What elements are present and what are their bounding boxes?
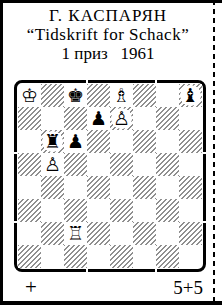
border-tick (86, 269, 88, 272)
square-d1[interactable] (87, 245, 110, 268)
square-d3[interactable] (87, 199, 110, 222)
square-f5[interactable] (133, 153, 156, 176)
border-tick (203, 152, 206, 154)
square-b2[interactable] (41, 222, 64, 245)
square-f3[interactable] (133, 199, 156, 222)
square-f2[interactable] (133, 222, 156, 245)
square-c2[interactable]: ♖ (64, 222, 87, 245)
square-c1[interactable] (64, 245, 87, 268)
board-grid: ♔♚♗♝♟♙♜♟♙♖ (18, 84, 202, 268)
square-d6[interactable] (87, 130, 110, 153)
square-b3[interactable] (41, 199, 64, 222)
square-c6[interactable]: ♟ (64, 130, 87, 153)
card-border-top (0, 0, 222, 3)
dashed-cut-line (213, 0, 215, 305)
square-e3[interactable] (110, 199, 133, 222)
square-a8[interactable]: ♔ (18, 84, 41, 107)
square-h4[interactable] (179, 176, 202, 199)
white-king[interactable]: ♔ (21, 84, 38, 107)
square-h3[interactable] (179, 199, 202, 222)
square-a2[interactable] (18, 222, 41, 245)
border-tick (86, 80, 88, 83)
square-f6[interactable] (133, 130, 156, 153)
black-rook[interactable]: ♜ (44, 130, 61, 153)
square-a1[interactable] (18, 245, 41, 268)
square-h6[interactable] (179, 130, 202, 153)
stipulation-white-wins: + (25, 275, 37, 299)
white-pawn[interactable]: ♙ (113, 107, 130, 130)
border-tick (155, 269, 157, 272)
square-g1[interactable] (156, 245, 179, 268)
square-b1[interactable] (41, 245, 64, 268)
square-g8[interactable] (156, 84, 179, 107)
square-d4[interactable] (87, 176, 110, 199)
square-d7[interactable]: ♟ (87, 107, 110, 130)
square-d5[interactable] (87, 153, 110, 176)
square-e8[interactable]: ♗ (110, 84, 133, 107)
square-h1[interactable] (179, 245, 202, 268)
composer-name: Г. КАСПАРЯН (3, 6, 213, 25)
black-bishop[interactable]: ♝ (182, 84, 199, 107)
square-h5[interactable] (179, 153, 202, 176)
white-bishop[interactable]: ♗ (113, 84, 130, 107)
square-b6[interactable]: ♜ (41, 130, 64, 153)
square-a7[interactable] (18, 107, 41, 130)
border-tick (14, 152, 17, 154)
black-pawn[interactable]: ♟ (90, 107, 107, 130)
square-e4[interactable] (110, 176, 133, 199)
square-d2[interactable] (87, 222, 110, 245)
black-king[interactable]: ♚ (67, 84, 84, 107)
white-rook[interactable]: ♖ (67, 222, 84, 245)
square-c4[interactable] (64, 176, 87, 199)
square-h8[interactable]: ♝ (179, 84, 202, 107)
square-e7[interactable]: ♙ (110, 107, 133, 130)
square-c7[interactable] (64, 107, 87, 130)
square-f8[interactable] (133, 84, 156, 107)
square-a6[interactable] (18, 130, 41, 153)
square-b7[interactable] (41, 107, 64, 130)
material-count: 5+5 (173, 276, 203, 300)
square-e2[interactable] (110, 222, 133, 245)
square-c8[interactable]: ♚ (64, 84, 87, 107)
square-g5[interactable] (156, 153, 179, 176)
border-tick (155, 80, 157, 83)
chess-board: ♔♚♗♝♟♙♜♟♙♖ (14, 80, 206, 272)
square-a5[interactable] (18, 153, 41, 176)
header: Г. КАСПАРЯН “Tidskrift for Schack” 1 при… (3, 6, 213, 63)
card-border-bottom (0, 301, 222, 305)
square-b8[interactable] (41, 84, 64, 107)
square-g4[interactable] (156, 176, 179, 199)
square-c3[interactable] (64, 199, 87, 222)
border-tick (14, 221, 17, 223)
square-g2[interactable] (156, 222, 179, 245)
square-a3[interactable] (18, 199, 41, 222)
square-e5[interactable] (110, 153, 133, 176)
square-g3[interactable] (156, 199, 179, 222)
diagram-card: Г. КАСПАРЯН “Tidskrift for Schack” 1 при… (0, 0, 222, 305)
source-title: “Tidskrift for Schack” (3, 25, 213, 44)
square-e6[interactable] (110, 130, 133, 153)
square-f7[interactable] (133, 107, 156, 130)
square-c5[interactable] (64, 153, 87, 176)
white-pawn[interactable]: ♙ (44, 153, 61, 176)
square-f1[interactable] (133, 245, 156, 268)
square-h2[interactable] (179, 222, 202, 245)
square-h7[interactable] (179, 107, 202, 130)
square-g7[interactable] (156, 107, 179, 130)
square-g6[interactable] (156, 130, 179, 153)
square-b4[interactable] (41, 176, 64, 199)
border-tick (203, 221, 206, 223)
square-d8[interactable] (87, 84, 110, 107)
award-line: 1 приз 1961 (3, 44, 213, 63)
square-b5[interactable]: ♙ (41, 153, 64, 176)
square-f4[interactable] (133, 176, 156, 199)
square-a4[interactable] (18, 176, 41, 199)
square-e1[interactable] (110, 245, 133, 268)
black-pawn[interactable]: ♟ (67, 130, 84, 153)
